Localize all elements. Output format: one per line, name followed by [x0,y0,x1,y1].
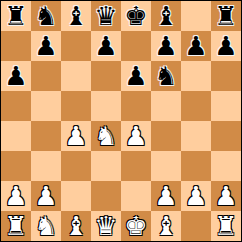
square-a7[interactable] [1,31,31,61]
square-h1[interactable]: ♜ [211,211,241,241]
black-pawn-icon[interactable]: ♟ [34,31,57,61]
square-h6[interactable] [211,61,241,91]
white-rook-icon[interactable]: ♜ [214,211,237,241]
square-e8[interactable]: ♚ [121,1,151,31]
square-e4[interactable]: ♟ [121,121,151,151]
square-f1[interactable]: ♝ [151,211,181,241]
square-b3[interactable] [31,151,61,181]
square-c4[interactable]: ♟ [61,121,91,151]
square-c1[interactable]: ♝ [61,211,91,241]
square-h3[interactable] [211,151,241,181]
square-h2[interactable]: ♟ [211,181,241,211]
chess-board: ♜♞♝♛♚♝♜♟♟♟♟♟♟♟♞♟♞♟♟♟♟♟♟♜♞♝♛♚♝♜ [0,0,242,242]
black-knight-icon[interactable]: ♞ [34,1,57,31]
square-e5[interactable] [121,91,151,121]
white-knight-icon[interactable]: ♞ [94,121,117,151]
square-e7[interactable] [121,31,151,61]
square-g2[interactable]: ♟ [181,181,211,211]
square-e2[interactable] [121,181,151,211]
square-f8[interactable]: ♝ [151,1,181,31]
square-b4[interactable] [31,121,61,151]
square-a6[interactable]: ♟ [1,61,31,91]
black-pawn-icon[interactable]: ♟ [214,31,237,61]
black-bishop-icon[interactable]: ♝ [64,1,87,31]
square-c6[interactable] [61,61,91,91]
square-b1[interactable]: ♞ [31,211,61,241]
square-e6[interactable]: ♟ [121,61,151,91]
white-bishop-icon[interactable]: ♝ [64,211,87,241]
square-d4[interactable]: ♞ [91,121,121,151]
white-rook-icon[interactable]: ♜ [4,211,27,241]
square-g7[interactable]: ♟ [181,31,211,61]
black-pawn-icon[interactable]: ♟ [184,31,207,61]
black-bishop-icon[interactable]: ♝ [154,1,177,31]
black-pawn-icon[interactable]: ♟ [94,31,117,61]
square-b5[interactable] [31,91,61,121]
square-a2[interactable]: ♟ [1,181,31,211]
square-c5[interactable] [61,91,91,121]
square-f5[interactable] [151,91,181,121]
square-h8[interactable]: ♜ [211,1,241,31]
square-h5[interactable] [211,91,241,121]
square-g4[interactable] [181,121,211,151]
white-king-icon[interactable]: ♚ [124,211,147,241]
square-c8[interactable]: ♝ [61,1,91,31]
square-d1[interactable]: ♛ [91,211,121,241]
white-pawn-icon[interactable]: ♟ [64,121,87,151]
black-rook-icon[interactable]: ♜ [4,1,27,31]
white-pawn-icon[interactable]: ♟ [214,181,237,211]
square-c3[interactable] [61,151,91,181]
square-f4[interactable] [151,121,181,151]
square-g5[interactable] [181,91,211,121]
square-b8[interactable]: ♞ [31,1,61,31]
square-g1[interactable] [181,211,211,241]
square-b2[interactable]: ♟ [31,181,61,211]
black-pawn-icon[interactable]: ♟ [154,31,177,61]
square-g8[interactable] [181,1,211,31]
square-f6[interactable]: ♞ [151,61,181,91]
white-pawn-icon[interactable]: ♟ [124,121,147,151]
square-d7[interactable]: ♟ [91,31,121,61]
square-a8[interactable]: ♜ [1,1,31,31]
square-g3[interactable] [181,151,211,181]
square-b6[interactable] [31,61,61,91]
chess-board-window: ♜♞♝♛♚♝♜♟♟♟♟♟♟♟♞♟♞♟♟♟♟♟♟♜♞♝♛♚♝♜ [0,0,242,242]
square-f2[interactable]: ♟ [151,181,181,211]
white-bishop-icon[interactable]: ♝ [154,211,177,241]
square-a4[interactable] [1,121,31,151]
square-d2[interactable] [91,181,121,211]
square-c2[interactable] [61,181,91,211]
square-a1[interactable]: ♜ [1,211,31,241]
white-knight-icon[interactable]: ♞ [34,211,57,241]
square-h4[interactable] [211,121,241,151]
white-pawn-icon[interactable]: ♟ [4,181,27,211]
square-e3[interactable] [121,151,151,181]
black-knight-icon[interactable]: ♞ [154,61,177,91]
square-f3[interactable] [151,151,181,181]
square-b7[interactable]: ♟ [31,31,61,61]
white-queen-icon[interactable]: ♛ [94,211,117,241]
white-pawn-icon[interactable]: ♟ [34,181,57,211]
white-pawn-icon[interactable]: ♟ [154,181,177,211]
black-king-icon[interactable]: ♚ [124,1,147,31]
square-f7[interactable]: ♟ [151,31,181,61]
black-pawn-icon[interactable]: ♟ [4,61,27,91]
black-pawn-icon[interactable]: ♟ [124,61,147,91]
square-e1[interactable]: ♚ [121,211,151,241]
black-rook-icon[interactable]: ♜ [214,1,237,31]
white-pawn-icon[interactable]: ♟ [184,181,207,211]
square-c7[interactable] [61,31,91,61]
black-queen-icon[interactable]: ♛ [94,1,117,31]
square-d5[interactable] [91,91,121,121]
square-a5[interactable] [1,91,31,121]
square-g6[interactable] [181,61,211,91]
square-h7[interactable]: ♟ [211,31,241,61]
square-d3[interactable] [91,151,121,181]
square-a3[interactable] [1,151,31,181]
square-d8[interactable]: ♛ [91,1,121,31]
square-d6[interactable] [91,61,121,91]
